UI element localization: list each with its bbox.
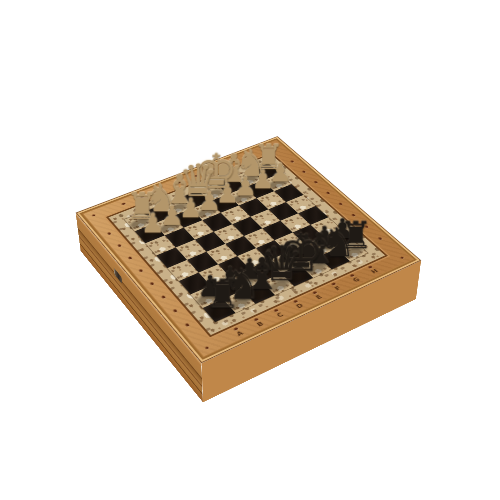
perspective-stage: ABCDEFGH ♜♞♝♛♚♝♞♜♟♟♟♟♟♟♟♟♟♟♟♟♟♟♟♟♜♞♝♛♚♝♞… (0, 0, 500, 500)
product-photo: ABCDEFGH ♜♞♝♛♚♝♞♜♟♟♟♟♟♟♟♟♟♟♟♟♟♟♟♟♜♞♝♛♚♝♞… (0, 0, 500, 500)
piece-tan-p-a7: ♟ (127, 210, 179, 237)
chess-box: ABCDEFGH ♜♞♝♛♚♝♞♜♟♟♟♟♟♟♟♟♟♟♟♟♟♟♟♟♜♞♝♛♚♝♞… (76, 136, 422, 363)
pieces-layer: ♜♞♝♛♚♝♞♜♟♟♟♟♟♟♟♟♟♟♟♟♟♟♟♟♜♞♝♛♚♝♞♜ (76, 136, 422, 363)
piece-black-r-a1: ♜ (194, 274, 250, 314)
latch-clasp (114, 268, 122, 284)
box-top-face: ABCDEFGH ♜♞♝♛♚♝♞♜♟♟♟♟♟♟♟♟♟♟♟♟♟♟♟♟♜♞♝♛♚♝♞… (76, 136, 422, 363)
